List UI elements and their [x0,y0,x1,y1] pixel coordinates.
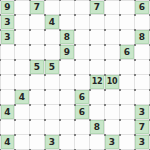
empty-cell-r4c8[interactable] [105,45,120,60]
empty-cell-r9c4[interactable] [45,120,60,135]
empty-cell-r7c10[interactable] [135,90,150,105]
empty-cell-r8c5[interactable] [60,105,75,120]
clue-cell-r1c1: 9 [0,0,15,15]
empty-cell-r9c5[interactable] [60,120,75,135]
empty-cell-r4c4[interactable] [45,45,60,60]
clue-cell-r8c6: 6 [75,105,90,120]
empty-cell-r4c1[interactable] [0,45,15,60]
clue-cell-r9c7: 8 [90,120,105,135]
clue-cell-r10c4: 3 [45,135,60,150]
empty-cell-r10c3[interactable] [30,135,45,150]
empty-cell-r6c2[interactable] [15,75,30,90]
empty-cell-r2c2[interactable] [15,15,30,30]
empty-cell-r1c9[interactable] [120,0,135,15]
empty-cell-r4c10[interactable] [135,45,150,60]
empty-cell-r6c4[interactable] [45,75,60,90]
empty-cell-r10c5[interactable] [60,135,75,150]
empty-cell-r5c2[interactable] [15,60,30,75]
clue-cell-r8c10: 3 [135,105,150,120]
empty-cell-r3c4[interactable] [45,30,60,45]
clue-cell-r3c10: 8 [135,30,150,45]
empty-cell-r7c5[interactable] [60,90,75,105]
clue-cell-r4c9: 6 [120,45,135,60]
clue-cell-r9c10: 7 [135,120,150,135]
empty-cell-r5c5[interactable] [60,60,75,75]
empty-cell-r1c2[interactable] [15,0,30,15]
empty-cell-r5c8[interactable] [105,60,120,75]
empty-cell-r8c4[interactable] [45,105,60,120]
empty-cell-r1c5[interactable] [60,0,75,15]
empty-cell-r6c5[interactable] [60,75,75,90]
clue-cell-r2c1: 3 [0,15,15,30]
empty-cell-r5c10[interactable] [135,60,150,75]
empty-cell-r9c3[interactable] [30,120,45,135]
empty-cell-r6c6[interactable] [75,75,90,90]
empty-cell-r5c9[interactable] [120,60,135,75]
clue-cell-r3c1: 3 [0,30,15,45]
clue-cell-r10c1: 4 [0,135,15,150]
clue-cell-r4c5: 9 [60,45,75,60]
clue-cell-r2c4: 4 [45,15,60,30]
empty-cell-r3c7[interactable] [90,30,105,45]
empty-cell-r2c6[interactable] [75,15,90,30]
empty-cell-r2c8[interactable] [105,15,120,30]
empty-cell-r1c6[interactable] [75,0,90,15]
empty-cell-r2c5[interactable] [60,15,75,30]
empty-cell-r10c7[interactable] [90,135,105,150]
empty-cell-r2c10[interactable] [135,15,150,30]
empty-cell-r1c4[interactable] [45,0,60,15]
clue-cell-r5c3: 5 [30,60,45,75]
empty-cell-r4c3[interactable] [30,45,45,60]
empty-cell-r4c6[interactable] [75,45,90,60]
clue-cell-r1c3: 7 [30,0,45,15]
empty-cell-r6c10[interactable] [135,75,150,90]
empty-cell-r5c6[interactable] [75,60,90,75]
empty-cell-r8c2[interactable] [15,105,30,120]
empty-cell-r10c6[interactable] [75,135,90,150]
empty-cell-r9c1[interactable] [0,120,15,135]
empty-cell-r9c8[interactable] [105,120,120,135]
clue-cell-r6c7: 12 [90,75,105,90]
clue-cell-r5c4: 5 [45,60,60,75]
empty-cell-r3c3[interactable] [30,30,45,45]
empty-cell-r10c9[interactable] [120,135,135,150]
empty-cell-r7c4[interactable] [45,90,60,105]
empty-cell-r3c9[interactable] [120,30,135,45]
empty-cell-r4c2[interactable] [15,45,30,60]
empty-cell-r3c2[interactable] [15,30,30,45]
empty-cell-r8c9[interactable] [120,105,135,120]
empty-cell-r9c9[interactable] [120,120,135,135]
empty-cell-r2c7[interactable] [90,15,105,30]
puzzle-board: 9776343889655121046463874333 [0,0,150,150]
empty-cell-r2c9[interactable] [120,15,135,30]
empty-cell-r9c6[interactable] [75,120,90,135]
clue-cell-r7c6: 6 [75,90,90,105]
empty-cell-r6c3[interactable] [30,75,45,90]
clue-cell-r1c7: 7 [90,0,105,15]
empty-cell-r7c3[interactable] [30,90,45,105]
clue-cell-r10c8: 3 [105,135,120,150]
empty-cell-r5c1[interactable] [0,60,15,75]
empty-cell-r4c7[interactable] [90,45,105,60]
empty-cell-r10c2[interactable] [15,135,30,150]
empty-cell-r3c6[interactable] [75,30,90,45]
clue-cell-r1c10: 6 [135,0,150,15]
clue-cell-r6c8: 10 [105,75,120,90]
empty-cell-r7c1[interactable] [0,90,15,105]
empty-cell-r6c9[interactable] [120,75,135,90]
empty-cell-r8c3[interactable] [30,105,45,120]
empty-cell-r3c8[interactable] [105,30,120,45]
empty-cell-r2c3[interactable] [30,15,45,30]
empty-cell-r7c8[interactable] [105,90,120,105]
empty-cell-r9c2[interactable] [15,120,30,135]
empty-cell-r5c7[interactable] [90,60,105,75]
clue-cell-r10c10: 3 [135,135,150,150]
clue-cell-r3c5: 8 [60,30,75,45]
empty-cell-r6c1[interactable] [0,75,15,90]
empty-cell-r7c7[interactable] [90,90,105,105]
clue-cell-r8c1: 4 [0,105,15,120]
empty-cell-r8c8[interactable] [105,105,120,120]
clue-cell-r7c2: 4 [15,90,30,105]
empty-cell-r1c8[interactable] [105,0,120,15]
empty-cell-r8c7[interactable] [90,105,105,120]
empty-cell-r7c9[interactable] [120,90,135,105]
